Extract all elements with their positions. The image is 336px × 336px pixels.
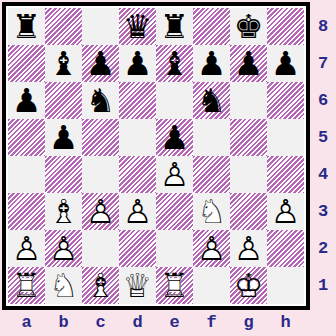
square-g6[interactable] — [230, 82, 267, 119]
rank-label-5: 5 — [312, 119, 334, 156]
square-b4[interactable] — [45, 156, 82, 193]
square-a4[interactable] — [8, 156, 45, 193]
white-rook-icon[interactable]: ♜♖ — [156, 267, 193, 304]
square-c7[interactable]: ♟ — [82, 45, 119, 82]
square-e6[interactable] — [156, 82, 193, 119]
black-pawn-icon[interactable]: ♟ — [230, 45, 267, 82]
black-bishop-icon[interactable]: ♝ — [45, 45, 82, 82]
square-f4[interactable] — [193, 156, 230, 193]
square-h7[interactable]: ♟ — [267, 45, 304, 82]
white-queen-icon[interactable]: ♛♕ — [119, 267, 156, 304]
piece-glyph-layer: ♜ — [8, 8, 45, 45]
black-knight-icon[interactable]: ♞ — [82, 82, 119, 119]
square-a8[interactable]: ♜ — [8, 8, 45, 45]
white-pawn-icon[interactable]: ♟♙ — [8, 230, 45, 267]
square-f7[interactable]: ♟ — [193, 45, 230, 82]
piece-glyph-layer: ♝ — [156, 45, 193, 82]
piece-outline-layer: ♕ — [119, 267, 156, 304]
square-e8[interactable]: ♜ — [156, 8, 193, 45]
white-knight-icon[interactable]: ♞♘ — [45, 267, 82, 304]
piece-glyph-layer: ♛ — [119, 8, 156, 45]
file-labels: abcdefgh — [8, 309, 304, 335]
square-e3[interactable] — [156, 193, 193, 230]
square-b3[interactable]: ♝♗ — [45, 193, 82, 230]
piece-glyph-layer: ♟ — [230, 45, 267, 82]
square-f2[interactable]: ♟♙ — [193, 230, 230, 267]
square-f3[interactable]: ♞♘ — [193, 193, 230, 230]
black-rook-icon[interactable]: ♜ — [156, 8, 193, 45]
rank-label-6: 6 — [312, 82, 334, 119]
rank-label-4: 4 — [312, 156, 334, 193]
square-h1[interactable] — [267, 267, 304, 304]
square-f6[interactable]: ♞ — [193, 82, 230, 119]
file-label-a: a — [8, 309, 45, 335]
piece-outline-layer: ♙ — [156, 156, 193, 193]
square-g3[interactable] — [230, 193, 267, 230]
piece-glyph-layer: ♞ — [193, 82, 230, 119]
black-bishop-icon[interactable]: ♝ — [156, 45, 193, 82]
rank-label-7: 7 — [312, 45, 334, 82]
square-f8[interactable] — [193, 8, 230, 45]
black-rook-icon[interactable]: ♜ — [8, 8, 45, 45]
square-a6[interactable]: ♟ — [8, 82, 45, 119]
square-d1[interactable]: ♛♕ — [119, 267, 156, 304]
square-e7[interactable]: ♝ — [156, 45, 193, 82]
rank-label-8: 8 — [312, 8, 334, 45]
piece-glyph-layer: ♟ — [8, 82, 45, 119]
black-knight-icon[interactable]: ♞ — [193, 82, 230, 119]
white-knight-icon[interactable]: ♞♘ — [193, 193, 230, 230]
piece-glyph-layer: ♚ — [230, 8, 267, 45]
black-queen-icon[interactable]: ♛ — [119, 8, 156, 45]
file-label-e: e — [156, 309, 193, 335]
rank-labels: 87654321 — [312, 8, 334, 304]
piece-outline-layer: ♙ — [230, 230, 267, 267]
square-c4[interactable] — [82, 156, 119, 193]
black-pawn-icon[interactable]: ♟ — [82, 45, 119, 82]
square-c2[interactable] — [82, 230, 119, 267]
square-b2[interactable]: ♟♙ — [45, 230, 82, 267]
square-d4[interactable] — [119, 156, 156, 193]
white-pawn-icon[interactable]: ♟♙ — [193, 230, 230, 267]
piece-outline-layer: ♘ — [45, 267, 82, 304]
piece-outline-layer: ♗ — [45, 193, 82, 230]
piece-outline-layer: ♙ — [82, 193, 119, 230]
white-pawn-icon[interactable]: ♟♙ — [267, 193, 304, 230]
white-bishop-icon[interactable]: ♝♗ — [45, 193, 82, 230]
square-c8[interactable] — [82, 8, 119, 45]
piece-glyph-layer: ♟ — [267, 45, 304, 82]
square-f5[interactable] — [193, 119, 230, 156]
square-e1[interactable]: ♜♖ — [156, 267, 193, 304]
black-pawn-icon[interactable]: ♟ — [119, 45, 156, 82]
square-a3[interactable] — [8, 193, 45, 230]
square-g8[interactable]: ♚ — [230, 8, 267, 45]
file-label-b: b — [45, 309, 82, 335]
piece-outline-layer: ♘ — [193, 193, 230, 230]
white-pawn-icon[interactable]: ♟♙ — [45, 230, 82, 267]
square-e5[interactable]: ♟ — [156, 119, 193, 156]
chess-board: ♜♛♜♚♝♟♟♝♟♟♟♟♞♞♟♟♟♙♝♗♟♙♟♙♞♘♟♙♟♙♟♙♟♙♟♙♜♖♞♘… — [2, 2, 310, 310]
piece-outline-layer: ♙ — [8, 230, 45, 267]
square-d7[interactable]: ♟ — [119, 45, 156, 82]
square-h5[interactable] — [267, 119, 304, 156]
black-pawn-icon[interactable]: ♟ — [267, 45, 304, 82]
square-e2[interactable] — [156, 230, 193, 267]
square-g4[interactable] — [230, 156, 267, 193]
piece-outline-layer: ♙ — [267, 193, 304, 230]
piece-glyph-layer: ♜ — [156, 8, 193, 45]
square-a2[interactable]: ♟♙ — [8, 230, 45, 267]
white-pawn-icon[interactable]: ♟♙ — [156, 156, 193, 193]
square-d8[interactable]: ♛ — [119, 8, 156, 45]
square-g2[interactable]: ♟♙ — [230, 230, 267, 267]
square-b1[interactable]: ♞♘ — [45, 267, 82, 304]
white-pawn-icon[interactable]: ♟♙ — [119, 193, 156, 230]
square-a5[interactable] — [8, 119, 45, 156]
white-king-icon[interactable]: ♚♔ — [230, 267, 267, 304]
black-pawn-icon[interactable]: ♟ — [193, 45, 230, 82]
piece-outline-layer: ♗ — [82, 267, 119, 304]
board-grid: ♜♛♜♚♝♟♟♝♟♟♟♟♞♞♟♟♟♙♝♗♟♙♟♙♞♘♟♙♟♙♟♙♟♙♟♙♜♖♞♘… — [8, 8, 304, 304]
piece-outline-layer: ♙ — [119, 193, 156, 230]
square-h4[interactable] — [267, 156, 304, 193]
piece-glyph-layer: ♟ — [119, 45, 156, 82]
rank-label-3: 3 — [312, 193, 334, 230]
rank-label-1: 1 — [312, 267, 334, 304]
piece-glyph-layer: ♟ — [193, 45, 230, 82]
black-king-icon[interactable]: ♚ — [230, 8, 267, 45]
piece-outline-layer: ♙ — [45, 230, 82, 267]
square-d3[interactable]: ♟♙ — [119, 193, 156, 230]
piece-glyph-layer: ♟ — [45, 119, 82, 156]
square-a7[interactable] — [8, 45, 45, 82]
rank-label-2: 2 — [312, 230, 334, 267]
piece-outline-layer: ♔ — [230, 267, 267, 304]
white-pawn-icon[interactable]: ♟♙ — [82, 193, 119, 230]
file-label-h: h — [267, 309, 304, 335]
piece-outline-layer: ♙ — [193, 230, 230, 267]
chess-diagram: ♜♛♜♚♝♟♟♝♟♟♟♟♞♞♟♟♟♙♝♗♟♙♟♙♞♘♟♙♟♙♟♙♟♙♟♙♜♖♞♘… — [0, 0, 336, 336]
black-pawn-icon[interactable]: ♟ — [8, 82, 45, 119]
square-a1[interactable]: ♜♖ — [8, 267, 45, 304]
file-label-c: c — [82, 309, 119, 335]
file-label-f: f — [193, 309, 230, 335]
file-label-d: d — [119, 309, 156, 335]
square-c5[interactable] — [82, 119, 119, 156]
square-b8[interactable] — [45, 8, 82, 45]
square-h6[interactable] — [267, 82, 304, 119]
square-g7[interactable]: ♟ — [230, 45, 267, 82]
square-d6[interactable] — [119, 82, 156, 119]
piece-glyph-layer: ♝ — [45, 45, 82, 82]
square-e4[interactable]: ♟♙ — [156, 156, 193, 193]
piece-outline-layer: ♖ — [156, 267, 193, 304]
square-c6[interactable]: ♞ — [82, 82, 119, 119]
piece-glyph-layer: ♟ — [156, 119, 193, 156]
square-d5[interactable] — [119, 119, 156, 156]
square-b6[interactable] — [45, 82, 82, 119]
piece-glyph-layer: ♟ — [82, 45, 119, 82]
square-d2[interactable] — [119, 230, 156, 267]
black-pawn-icon[interactable]: ♟ — [156, 119, 193, 156]
square-b7[interactable]: ♝ — [45, 45, 82, 82]
black-pawn-icon[interactable]: ♟ — [45, 119, 82, 156]
white-pawn-icon[interactable]: ♟♙ — [230, 230, 267, 267]
square-c3[interactable]: ♟♙ — [82, 193, 119, 230]
square-c1[interactable]: ♝♗ — [82, 267, 119, 304]
square-f1[interactable] — [193, 267, 230, 304]
square-g5[interactable] — [230, 119, 267, 156]
white-rook-icon[interactable]: ♜♖ — [8, 267, 45, 304]
white-bishop-icon[interactable]: ♝♗ — [82, 267, 119, 304]
square-h2[interactable] — [267, 230, 304, 267]
piece-outline-layer: ♖ — [8, 267, 45, 304]
square-g1[interactable]: ♚♔ — [230, 267, 267, 304]
piece-glyph-layer: ♞ — [82, 82, 119, 119]
square-h3[interactable]: ♟♙ — [267, 193, 304, 230]
square-b5[interactable]: ♟ — [45, 119, 82, 156]
file-label-g: g — [230, 309, 267, 335]
square-h8[interactable] — [267, 8, 304, 45]
